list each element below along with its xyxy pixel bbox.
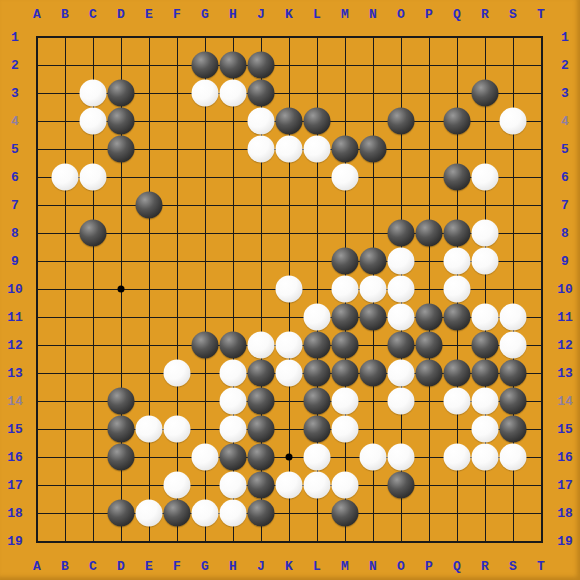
stone-white-L11 [304,304,331,331]
stone-black-S14 [500,388,527,415]
coord-label-left-5: 5 [11,143,19,156]
coord-label-bottom-O: O [397,560,405,573]
stone-white-F17 [164,472,191,499]
stone-white-F13 [164,360,191,387]
stone-white-R11 [472,304,499,331]
stone-black-D16 [108,444,135,471]
stone-black-D3 [108,80,135,107]
stone-black-K4 [276,108,303,135]
coord-label-bottom-G: G [201,560,209,573]
stone-black-P8 [416,220,443,247]
stone-white-L17 [304,472,331,499]
stone-white-J5 [248,136,275,163]
stone-white-O13 [388,360,415,387]
stone-black-M13 [332,360,359,387]
coord-label-top-K: K [285,8,293,21]
stone-white-M10 [332,276,359,303]
coord-label-top-L: L [313,8,321,21]
stone-white-O14 [388,388,415,415]
stone-white-C3 [80,80,107,107]
stone-black-H12 [220,332,247,359]
stone-black-J2 [248,52,275,79]
coord-label-bottom-L: L [313,560,321,573]
stone-black-D4 [108,108,135,135]
coord-label-bottom-D: D [117,560,125,573]
star-point-K16 [286,454,293,461]
coord-label-bottom-F: F [173,560,181,573]
stone-black-R3 [472,80,499,107]
stone-black-G12 [192,332,219,359]
coord-label-left-6: 6 [11,171,19,184]
coord-label-top-C: C [89,8,97,21]
coord-label-left-4: 4 [11,115,19,128]
stone-white-R16 [472,444,499,471]
coord-label-right-13: 13 [557,367,573,380]
coord-label-bottom-T: T [537,560,545,573]
stone-white-R14 [472,388,499,415]
coord-label-top-M: M [341,8,349,21]
stone-black-P11 [416,304,443,331]
stone-black-D5 [108,136,135,163]
coord-label-bottom-Q: Q [453,560,461,573]
stone-black-L12 [304,332,331,359]
coord-label-left-16: 16 [7,451,23,464]
stone-black-O12 [388,332,415,359]
stone-black-O4 [388,108,415,135]
coord-label-right-11: 11 [557,311,573,324]
stone-white-Q9 [444,248,471,275]
stone-white-K12 [276,332,303,359]
stone-black-N5 [360,136,387,163]
stone-white-K13 [276,360,303,387]
stone-white-R9 [472,248,499,275]
stone-black-J17 [248,472,275,499]
coord-label-bottom-E: E [145,560,153,573]
stone-white-K17 [276,472,303,499]
stone-white-S16 [500,444,527,471]
coord-label-top-S: S [509,8,517,21]
stone-white-B6 [52,164,79,191]
stone-white-Q10 [444,276,471,303]
stone-white-Q16 [444,444,471,471]
stone-black-Q4 [444,108,471,135]
coord-label-left-14: 14 [7,395,23,408]
stone-white-H15 [220,416,247,443]
stone-black-J16 [248,444,275,471]
coord-label-left-15: 15 [7,423,23,436]
stone-black-L14 [304,388,331,415]
stone-white-G3 [192,80,219,107]
coord-label-right-19: 19 [557,535,573,548]
coord-label-left-3: 3 [11,87,19,100]
star-point-D10 [118,286,125,293]
coord-label-bottom-H: H [229,560,237,573]
stone-black-M12 [332,332,359,359]
stone-white-O10 [388,276,415,303]
stone-black-J13 [248,360,275,387]
coord-label-right-14: 14 [557,395,573,408]
coord-label-bottom-K: K [285,560,293,573]
stone-black-J14 [248,388,275,415]
coord-label-bottom-C: C [89,560,97,573]
coord-label-top-P: P [425,8,433,21]
stone-white-F15 [164,416,191,443]
stone-white-M17 [332,472,359,499]
stone-black-Q13 [444,360,471,387]
stone-white-M14 [332,388,359,415]
stone-black-O17 [388,472,415,499]
stone-black-M9 [332,248,359,275]
stone-black-R12 [472,332,499,359]
stone-black-N13 [360,360,387,387]
coord-label-right-3: 3 [561,87,569,100]
stone-black-R13 [472,360,499,387]
coord-label-left-7: 7 [11,199,19,212]
coord-label-bottom-P: P [425,560,433,573]
coord-label-right-7: 7 [561,199,569,212]
stone-black-Q6 [444,164,471,191]
go-board: AABBCCDDEEFFGGHHJJKKLLMMNNOOPPQQRRSSTT11… [0,0,580,580]
stone-white-J12 [248,332,275,359]
coord-label-top-D: D [117,8,125,21]
coord-label-bottom-N: N [369,560,377,573]
stone-white-N16 [360,444,387,471]
stone-white-G16 [192,444,219,471]
stone-black-Q8 [444,220,471,247]
stone-black-J3 [248,80,275,107]
coord-label-top-J: J [257,8,265,21]
coord-label-bottom-M: M [341,560,349,573]
stone-black-E7 [136,192,163,219]
stone-white-K5 [276,136,303,163]
coord-label-top-G: G [201,8,209,21]
stone-black-M18 [332,500,359,527]
stone-white-H17 [220,472,247,499]
stone-black-L4 [304,108,331,135]
stone-white-O9 [388,248,415,275]
stone-white-H13 [220,360,247,387]
stone-white-Q14 [444,388,471,415]
stone-black-N11 [360,304,387,331]
stone-white-H3 [220,80,247,107]
coord-label-top-O: O [397,8,405,21]
coord-label-top-N: N [369,8,377,21]
stone-black-S13 [500,360,527,387]
coord-label-left-10: 10 [7,283,23,296]
stone-white-G18 [192,500,219,527]
coord-label-right-8: 8 [561,227,569,240]
coord-label-top-E: E [145,8,153,21]
stone-black-J18 [248,500,275,527]
coord-label-left-1: 1 [11,31,19,44]
stone-black-G2 [192,52,219,79]
coord-label-top-T: T [537,8,545,21]
coord-label-top-B: B [61,8,69,21]
coord-label-right-12: 12 [557,339,573,352]
stone-white-N10 [360,276,387,303]
coord-label-right-15: 15 [557,423,573,436]
stone-white-O16 [388,444,415,471]
stone-black-D14 [108,388,135,415]
coord-label-right-6: 6 [561,171,569,184]
stone-white-S4 [500,108,527,135]
coord-label-left-2: 2 [11,59,19,72]
stone-black-F18 [164,500,191,527]
coord-label-right-2: 2 [561,59,569,72]
coord-label-top-Q: Q [453,8,461,21]
stone-white-E18 [136,500,163,527]
coord-label-right-16: 16 [557,451,573,464]
stone-white-K10 [276,276,303,303]
stone-black-H2 [220,52,247,79]
coord-label-right-1: 1 [561,31,569,44]
stone-white-R6 [472,164,499,191]
coord-label-top-F: F [173,8,181,21]
coord-label-bottom-A: A [33,560,41,573]
coord-label-left-13: 13 [7,367,23,380]
stone-black-M5 [332,136,359,163]
stone-white-C4 [80,108,107,135]
stone-black-S15 [500,416,527,443]
stone-white-O11 [388,304,415,331]
coord-label-left-12: 12 [7,339,23,352]
stone-white-S11 [500,304,527,331]
stone-black-L15 [304,416,331,443]
stone-white-H18 [220,500,247,527]
coord-label-right-4: 4 [561,115,569,128]
coord-label-left-11: 11 [7,311,23,324]
stone-white-H14 [220,388,247,415]
stone-black-H16 [220,444,247,471]
coord-label-right-5: 5 [561,143,569,156]
stone-white-S12 [500,332,527,359]
coord-label-bottom-S: S [509,560,517,573]
stone-white-L16 [304,444,331,471]
coord-label-right-9: 9 [561,255,569,268]
stone-black-O8 [388,220,415,247]
stone-black-P12 [416,332,443,359]
stone-white-E15 [136,416,163,443]
stone-white-J4 [248,108,275,135]
coord-label-top-A: A [33,8,41,21]
coord-label-bottom-B: B [61,560,69,573]
stone-white-M15 [332,416,359,443]
coord-label-left-18: 18 [7,507,23,520]
coord-label-top-R: R [481,8,489,21]
coord-label-left-8: 8 [11,227,19,240]
stone-black-Q11 [444,304,471,331]
stone-black-M11 [332,304,359,331]
stone-white-L5 [304,136,331,163]
stone-black-C8 [80,220,107,247]
coord-label-left-19: 19 [7,535,23,548]
coord-label-bottom-J: J [257,560,265,573]
stone-black-D18 [108,500,135,527]
stone-black-P13 [416,360,443,387]
stone-black-N9 [360,248,387,275]
stone-white-M6 [332,164,359,191]
stone-white-C6 [80,164,107,191]
coord-label-left-9: 9 [11,255,19,268]
coord-label-bottom-R: R [481,560,489,573]
coord-label-top-H: H [229,8,237,21]
stone-black-J15 [248,416,275,443]
stone-white-R8 [472,220,499,247]
coord-label-right-10: 10 [557,283,573,296]
coord-label-left-17: 17 [7,479,23,492]
stone-black-D15 [108,416,135,443]
stone-white-R15 [472,416,499,443]
coord-label-right-17: 17 [557,479,573,492]
coord-label-right-18: 18 [557,507,573,520]
stone-black-L13 [304,360,331,387]
